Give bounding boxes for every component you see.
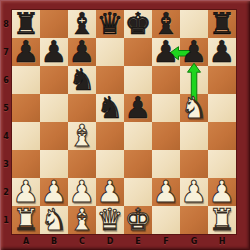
square-f4[interactable] [152, 122, 180, 150]
white-pawn-f2[interactable]: ♟ [153, 178, 180, 206]
file-label-f: F [152, 234, 180, 250]
chessboard-frame: 87654321 ABCDEFGH ♜♝♛♚♝♜♟♟♟♟♟♟♞♞♟♞♝♟♟♟♟♟… [0, 0, 250, 250]
square-c1[interactable]: ♝ [68, 206, 96, 234]
white-knight-b1[interactable]: ♞ [41, 206, 68, 234]
square-g1[interactable] [180, 206, 208, 234]
rank-label-6: 6 [0, 66, 12, 94]
square-a6[interactable] [12, 66, 40, 94]
square-g5[interactable]: ♞ [180, 94, 208, 122]
square-a1[interactable]: ♜ [12, 206, 40, 234]
square-g2[interactable]: ♟ [180, 178, 208, 206]
rank-label-7: 7 [0, 38, 12, 66]
black-pawn-b7[interactable]: ♟ [41, 38, 68, 66]
square-f1[interactable] [152, 206, 180, 234]
white-bishop-c4[interactable]: ♝ [69, 122, 96, 150]
rank-label-4: 4 [0, 122, 12, 150]
square-d8[interactable]: ♛ [96, 10, 124, 38]
square-a5[interactable] [12, 94, 40, 122]
black-king-e8[interactable]: ♚ [125, 10, 152, 38]
white-rook-h1[interactable]: ♜ [209, 206, 236, 234]
square-d4[interactable] [96, 122, 124, 150]
board: ♜♝♛♚♝♜♟♟♟♟♟♟♞♞♟♞♝♟♟♟♟♟♟♟♜♞♝♛♚♜ [12, 10, 236, 234]
black-pawn-f7[interactable]: ♟ [153, 38, 180, 66]
black-pawn-e5[interactable]: ♟ [125, 94, 152, 122]
square-a7[interactable]: ♟ [12, 38, 40, 66]
square-f6[interactable] [152, 66, 180, 94]
rank-label-1: 1 [0, 206, 12, 234]
square-d5[interactable]: ♞ [96, 94, 124, 122]
black-pawn-g7[interactable]: ♟ [181, 38, 208, 66]
square-d1[interactable]: ♛ [96, 206, 124, 234]
square-e8[interactable]: ♚ [124, 10, 152, 38]
rank-label-3: 3 [0, 150, 12, 178]
file-label-g: G [180, 234, 208, 250]
square-e7[interactable] [124, 38, 152, 66]
square-h1[interactable]: ♜ [208, 206, 236, 234]
square-h6[interactable] [208, 66, 236, 94]
square-f5[interactable] [152, 94, 180, 122]
square-h7[interactable]: ♟ [208, 38, 236, 66]
square-g7[interactable]: ♟ [180, 38, 208, 66]
square-b6[interactable] [40, 66, 68, 94]
rank-label-5: 5 [0, 94, 12, 122]
rank-label-2: 2 [0, 178, 12, 206]
white-knight-g5[interactable]: ♞ [181, 94, 208, 122]
black-pawn-h7[interactable]: ♟ [209, 38, 236, 66]
square-e4[interactable] [124, 122, 152, 150]
square-e1[interactable]: ♚ [124, 206, 152, 234]
square-h4[interactable] [208, 122, 236, 150]
white-rook-a1[interactable]: ♜ [13, 206, 40, 234]
square-g4[interactable] [180, 122, 208, 150]
square-h5[interactable] [208, 94, 236, 122]
square-b4[interactable] [40, 122, 68, 150]
square-d7[interactable] [96, 38, 124, 66]
square-c6[interactable]: ♞ [68, 66, 96, 94]
white-king-e1[interactable]: ♚ [125, 206, 152, 234]
square-e5[interactable]: ♟ [124, 94, 152, 122]
square-e3[interactable] [124, 150, 152, 178]
black-pawn-a7[interactable]: ♟ [13, 38, 40, 66]
square-f2[interactable]: ♟ [152, 178, 180, 206]
square-a4[interactable] [12, 122, 40, 150]
rank-label-8: 8 [0, 10, 12, 38]
square-b1[interactable]: ♞ [40, 206, 68, 234]
white-bishop-c1[interactable]: ♝ [69, 206, 96, 234]
black-knight-c6[interactable]: ♞ [69, 66, 96, 94]
rank-labels: 87654321 [0, 10, 12, 234]
square-f7[interactable]: ♟ [152, 38, 180, 66]
square-c4[interactable]: ♝ [68, 122, 96, 150]
white-pawn-g2[interactable]: ♟ [181, 178, 208, 206]
white-queen-d1[interactable]: ♛ [97, 206, 124, 234]
square-b5[interactable] [40, 94, 68, 122]
black-knight-d5[interactable]: ♞ [97, 94, 124, 122]
black-queen-d8[interactable]: ♛ [97, 10, 124, 38]
square-b7[interactable]: ♟ [40, 38, 68, 66]
